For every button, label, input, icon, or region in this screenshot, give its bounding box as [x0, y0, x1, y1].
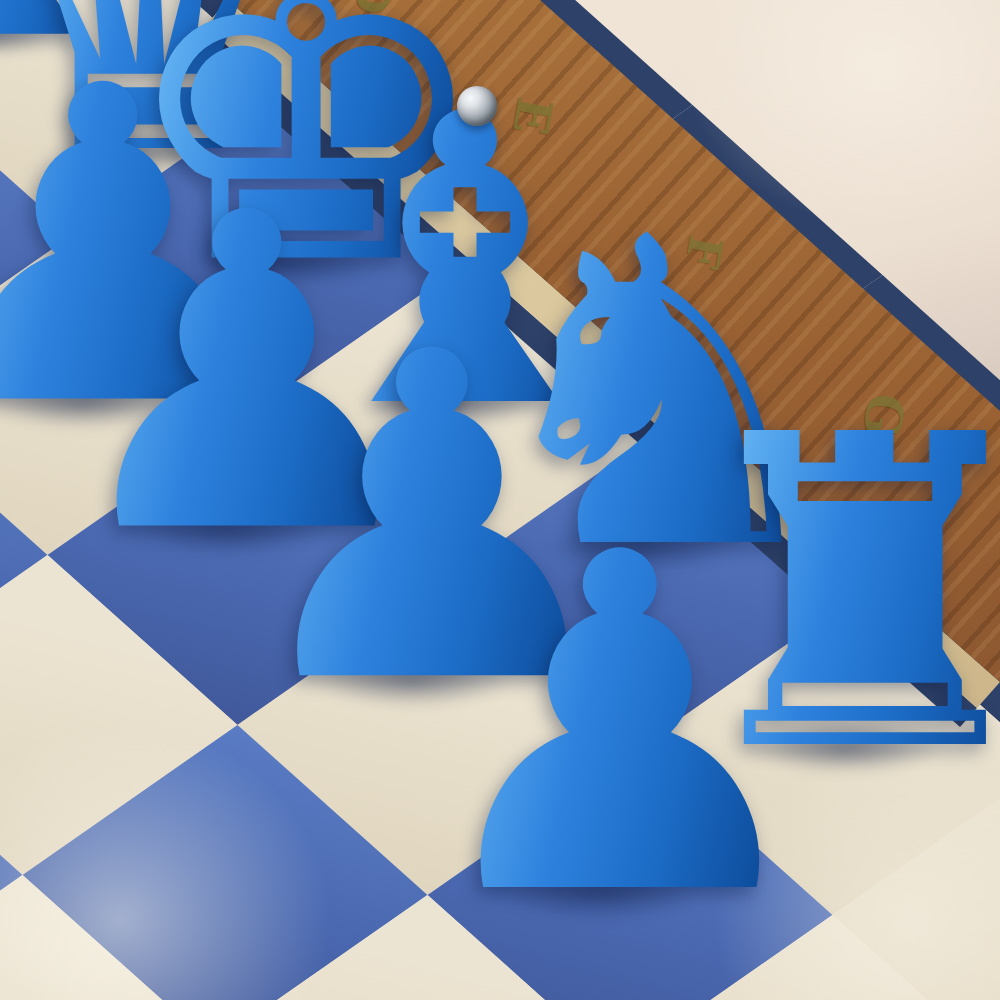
piece-h7-pawn: ♟: [412, 494, 829, 959]
chrome-ball-finial: [457, 86, 497, 126]
chess-product-photo: DEFG ♝♛♚♝♞♜♟♟♟♟: [0, 0, 1000, 1000]
